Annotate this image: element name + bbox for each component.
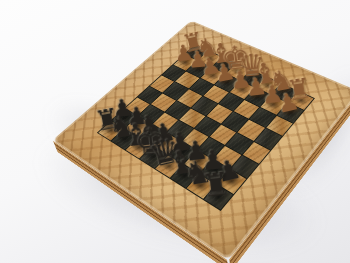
scene-3d: ♜♞♝♚♛♝♞♜♟♟♟♟♟♟♟♟♟♟♟♟♟♟♟♟♜♞♝♚♛♝♞♜: [0, 0, 350, 263]
chess-board: ♜♞♝♚♛♝♞♜♟♟♟♟♟♟♟♟♟♟♟♟♟♟♟♟♜♞♝♚♛♝♞♜: [52, 20, 350, 260]
product-photo: ♜♞♝♚♛♝♞♜♟♟♟♟♟♟♟♟♟♟♟♟♟♟♟♟♜♞♝♚♛♝♞♜: [0, 0, 350, 263]
